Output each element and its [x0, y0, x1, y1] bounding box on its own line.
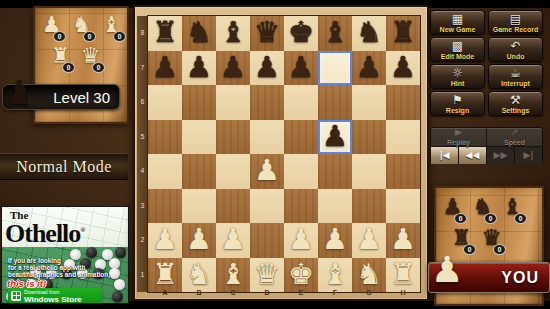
square-b8[interactable]: ♞ [182, 16, 216, 51]
square-f8[interactable]: ♝ [318, 16, 352, 51]
square-f2[interactable]: ♟ [318, 223, 352, 258]
replay-button: ▶ Replay [431, 128, 487, 146]
square-a4[interactable] [148, 154, 182, 189]
othello-disc [112, 291, 123, 302]
square-f3[interactable] [318, 189, 352, 224]
edit-mode-label: Edit Mode [431, 53, 484, 60]
square-d2[interactable] [250, 223, 284, 258]
fast-backward-button[interactable]: ◀◀ [459, 147, 487, 164]
square-h6[interactable] [386, 85, 420, 120]
windows-store-badge[interactable]: Download from Windows Store [8, 288, 102, 303]
fast-forward-button: ▶▶ [487, 147, 515, 164]
registered-mark-icon: ® [80, 226, 85, 234]
square-b5[interactable] [182, 120, 216, 155]
captured-pawn-slot: ♟0 [37, 10, 66, 43]
store-badge-text: Download from Windows Store [24, 289, 82, 303]
square-e5[interactable] [284, 120, 318, 155]
square-e6[interactable] [284, 85, 318, 120]
square-h8[interactable]: ♜ [386, 16, 420, 51]
black-rook: ♜ [148, 16, 182, 51]
grid-icon: ▩ [431, 38, 484, 54]
replay-panel: ▶ Replay ↗ Speed |◀◀◀▶▶▶| [430, 127, 543, 164]
white-pawn-icon: ♟ [431, 252, 463, 288]
capture-count-badge: 0 [514, 213, 527, 224]
hint-button[interactable]: ☼Hint [430, 64, 485, 89]
square-d7[interactable]: ♟ [250, 51, 284, 86]
capture-count-badge: 0 [62, 62, 75, 73]
black-knight: ♞ [352, 16, 386, 51]
white-bishop: ♝ [216, 258, 250, 293]
coffee-cup-icon: ☕ [489, 65, 542, 81]
square-b4[interactable] [182, 154, 216, 189]
black-pawn: ♟ [148, 51, 182, 86]
mode-banner: Normal Mode [0, 153, 128, 180]
capture-count-badge: 0 [493, 244, 506, 255]
square-d6[interactable] [250, 85, 284, 120]
capture-count-badge: 0 [113, 31, 126, 42]
black-pawn: ♟ [250, 51, 284, 86]
captured-knight-slot: ♞0 [67, 10, 96, 43]
square-g2[interactable]: ♟ [352, 223, 386, 258]
square-g8[interactable]: ♞ [352, 16, 386, 51]
windows-logo-icon [11, 291, 21, 301]
square-d8[interactable]: ♛ [250, 16, 284, 51]
square-g4[interactable] [352, 154, 386, 189]
square-c5[interactable] [216, 120, 250, 155]
chess-board[interactable]: ♜♞♝♛♚♝♞♜♟♟♟♟♟♟♟♟♟♟♟♟♟♟♟♟♜♞♝♛♚♝♞♜ [148, 16, 420, 292]
square-a8[interactable]: ♜ [148, 16, 182, 51]
new-game-label: New Game [431, 26, 484, 33]
square-f1[interactable]: ♝ [318, 258, 352, 293]
rank-labels: 87654321 [137, 16, 148, 292]
othello-disc [114, 279, 125, 290]
white-rook: ♜ [148, 258, 182, 293]
square-e2[interactable]: ♟ [284, 223, 318, 258]
square-h1[interactable]: ♜ [386, 258, 420, 293]
settings-label: Settings [489, 107, 542, 114]
menu-button-grid: ▦New Game▤Game Record▩Edit Mode↶Undo☼Hin… [430, 10, 544, 116]
file-labels: ABCDEFGH [148, 288, 420, 298]
white-bishop: ♝ [318, 258, 352, 293]
captured-bishop-slot: ♝0 [97, 10, 126, 43]
white-pawn: ♟ [148, 223, 182, 258]
transport-controls: |◀◀◀▶▶▶| [431, 147, 542, 164]
black-king: ♚ [284, 16, 318, 51]
square-c7[interactable]: ♟ [216, 51, 250, 86]
square-d4[interactable]: ♟ [250, 154, 284, 189]
speed-button: ↗ Speed [487, 128, 542, 146]
file-label-a: A [148, 288, 182, 298]
rank-label-8: 8 [137, 16, 148, 51]
black-pawn: ♟ [352, 51, 386, 86]
square-h3[interactable] [386, 189, 420, 224]
file-label-c: C [216, 288, 250, 298]
black-pawn: ♟ [182, 51, 216, 86]
square-g7[interactable]: ♟ [352, 51, 386, 86]
square-h7[interactable]: ♟ [386, 51, 420, 86]
white-pawn: ♟ [352, 223, 386, 258]
black-knight: ♞ [182, 16, 216, 51]
square-g6[interactable] [352, 85, 386, 120]
square-h2[interactable]: ♟ [386, 223, 420, 258]
black-pawn-icon: ♟ [5, 76, 34, 108]
square-d3[interactable] [250, 189, 284, 224]
black-rook: ♜ [386, 16, 420, 51]
ad-copy-text: If you are lookingfor a real othello app… [8, 257, 110, 278]
captured-queen-slot: ♛0 [76, 41, 105, 74]
square-d1[interactable]: ♛ [250, 258, 284, 293]
ad-header: The Othello® [2, 207, 128, 247]
white-knight: ♞ [352, 258, 386, 293]
square-a1[interactable]: ♜ [148, 258, 182, 293]
undo-label: Undo [489, 53, 542, 60]
black-bishop: ♝ [318, 16, 352, 51]
resign-label: Resign [431, 107, 484, 114]
rank-label-2: 2 [137, 223, 148, 258]
square-b6[interactable] [182, 85, 216, 120]
square-e7[interactable]: ♟ [284, 51, 318, 86]
resign-button[interactable]: ⚑Resign [430, 91, 485, 116]
square-c4[interactable] [216, 154, 250, 189]
white-pawn: ♟ [318, 223, 352, 258]
square-a6[interactable] [148, 85, 182, 120]
game-record-label: Game Record [489, 26, 542, 33]
interrupt-button[interactable]: ☕Interrupt [488, 64, 543, 89]
interrupt-label: Interrupt [489, 80, 542, 87]
square-a5[interactable] [148, 120, 182, 155]
file-label-h: H [386, 288, 420, 298]
capture-count-badge: 0 [92, 62, 105, 73]
settings-button[interactable]: ⚒Settings [488, 91, 543, 116]
file-label-b: B [182, 288, 216, 298]
square-e3[interactable] [284, 189, 318, 224]
flag-icon: ⚑ [431, 92, 484, 108]
rank-label-5: 5 [137, 120, 148, 155]
square-b7[interactable]: ♟ [182, 51, 216, 86]
square-a7[interactable]: ♟ [148, 51, 182, 86]
speed-arrow-icon: ↗ [487, 127, 542, 137]
black-pawn: ♟ [318, 120, 352, 155]
document-icon: ▤ [489, 11, 542, 27]
ad-title: Othello® [5, 216, 86, 248]
square-g3[interactable] [352, 189, 386, 224]
captured-bishop-slot: ♝0 [498, 192, 527, 225]
square-c2[interactable]: ♟ [216, 223, 250, 258]
file-label-g: G [352, 288, 386, 298]
file-label-e: E [284, 288, 318, 298]
square-h5[interactable] [386, 120, 420, 155]
othello-app-ad[interactable]: The Othello® If you are lookingfor a rea… [2, 207, 128, 303]
square-g1[interactable]: ♞ [352, 258, 386, 293]
game-record-button[interactable]: ▤Game Record [488, 10, 543, 35]
captured-pawn-slot: ♟0 [438, 192, 467, 225]
captured-rook-slot: ♜0 [46, 41, 75, 74]
white-pawn: ♟ [216, 223, 250, 258]
square-c6[interactable] [216, 85, 250, 120]
edit-mode-button[interactable]: ▩Edit Mode [430, 37, 485, 62]
rank-label-1: 1 [137, 258, 148, 293]
hand-undo-icon: ↶ [489, 38, 542, 54]
light-bulb-icon: ☼ [431, 65, 484, 81]
square-c8[interactable]: ♝ [216, 16, 250, 51]
file-label-d: D [250, 288, 284, 298]
black-pawn: ♟ [386, 51, 420, 86]
othello-disc [109, 268, 120, 279]
undo-button[interactable]: ↶Undo [488, 37, 543, 62]
square-e1[interactable]: ♚ [284, 258, 318, 293]
white-queen: ♛ [250, 258, 284, 293]
black-pawn: ♟ [284, 51, 318, 86]
file-label-f: F [318, 288, 352, 298]
captured-queen-slot: ♛0 [477, 223, 506, 256]
rank-label-7: 7 [137, 51, 148, 86]
white-pawn: ♟ [182, 223, 216, 258]
captured-knight-slot: ♞0 [468, 192, 497, 225]
chess-board-frame: 87654321 ♜♞♝♛♚♝♞♜♟♟♟♟♟♟♟♟♟♟♟♟♟♟♟♟♜♞♝♛♚♝♞… [133, 5, 429, 301]
rank-label-6: 6 [137, 85, 148, 120]
chess-app-window: ♟0♞0♝0♜0♛0 ♟ Level 30 Normal Mode The Ot… [0, 0, 550, 309]
rank-label-4: 4 [137, 154, 148, 189]
play-icon: ▶ [431, 127, 486, 137]
square-f6[interactable] [318, 85, 352, 120]
square-b3[interactable] [182, 189, 216, 224]
white-pawn: ♟ [284, 223, 318, 258]
black-bishop: ♝ [216, 16, 250, 51]
white-rook: ♜ [386, 258, 420, 293]
board-window-icon: ▦ [431, 11, 484, 27]
square-h4[interactable] [386, 154, 420, 189]
black-queen: ♛ [250, 16, 284, 51]
square-c3[interactable] [216, 189, 250, 224]
square-e8[interactable]: ♚ [284, 16, 318, 51]
rank-label-3: 3 [137, 189, 148, 224]
white-pawn: ♟ [250, 154, 284, 189]
hint-label: Hint [431, 80, 484, 87]
capture-count-badge: 0 [463, 244, 476, 255]
square-e4[interactable] [284, 154, 318, 189]
white-king: ♚ [284, 258, 318, 293]
othello-disc [115, 247, 126, 258]
white-knight: ♞ [182, 258, 216, 293]
square-f4[interactable] [318, 154, 352, 189]
square-a2[interactable]: ♟ [148, 223, 182, 258]
square-a3[interactable] [148, 189, 182, 224]
tools-icon: ⚒ [489, 92, 542, 108]
square-f7[interactable] [318, 51, 352, 86]
square-b1[interactable]: ♞ [182, 258, 216, 293]
square-d5[interactable] [250, 120, 284, 155]
white-pawn: ♟ [386, 223, 420, 258]
square-g5[interactable] [352, 120, 386, 155]
skip-to-end-button: ▶| [515, 147, 542, 164]
black-pawn: ♟ [216, 51, 250, 86]
square-f5[interactable]: ♟ [318, 120, 352, 155]
square-b2[interactable]: ♟ [182, 223, 216, 258]
new-game-button[interactable]: ▦New Game [430, 10, 485, 35]
skip-to-start-button[interactable]: |◀ [431, 147, 459, 164]
square-c1[interactable]: ♝ [216, 258, 250, 293]
